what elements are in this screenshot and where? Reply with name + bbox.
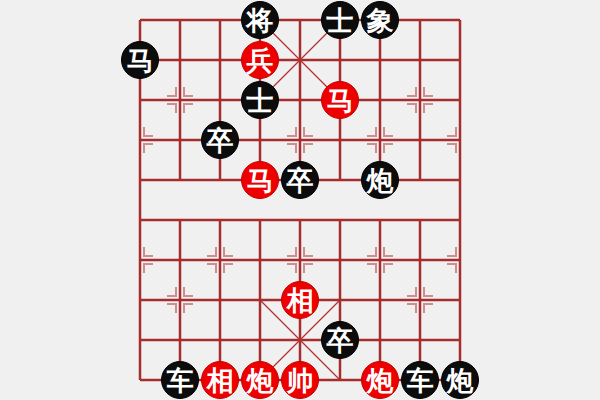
intersection-h6[interactable] — [400, 160, 440, 200]
intersection-d5[interactable] — [240, 200, 280, 240]
intersection-i4[interactable] — [440, 240, 480, 280]
intersection-e10[interactable] — [280, 0, 320, 40]
intersection-f9[interactable] — [320, 40, 360, 80]
intersection-d4[interactable] — [240, 240, 280, 280]
piece-black-soldier[interactable]: 卒 — [281, 161, 319, 199]
intersection-b4[interactable] — [160, 240, 200, 280]
intersection-b1[interactable]: 车 — [160, 360, 200, 400]
piece-black-soldier[interactable]: 卒 — [321, 321, 359, 359]
intersection-i8[interactable] — [440, 80, 480, 120]
intersection-d3[interactable] — [240, 280, 280, 320]
intersection-f7[interactable] — [320, 120, 360, 160]
intersection-a4[interactable] — [120, 240, 160, 280]
intersection-d6[interactable]: 马 — [240, 160, 280, 200]
intersection-b9[interactable] — [160, 40, 200, 80]
intersection-e6[interactable]: 卒 — [280, 160, 320, 200]
intersection-h5[interactable] — [400, 200, 440, 240]
intersection-a6[interactable] — [120, 160, 160, 200]
intersection-h3[interactable] — [400, 280, 440, 320]
intersection-g7[interactable] — [360, 120, 400, 160]
intersection-b10[interactable] — [160, 0, 200, 40]
intersection-c2[interactable] — [200, 320, 240, 360]
intersection-f2[interactable]: 卒 — [320, 320, 360, 360]
intersection-c10[interactable] — [200, 0, 240, 40]
intersection-h8[interactable] — [400, 80, 440, 120]
intersection-g8[interactable] — [360, 80, 400, 120]
intersection-i9[interactable] — [440, 40, 480, 80]
intersection-h7[interactable] — [400, 120, 440, 160]
intersection-e4[interactable] — [280, 240, 320, 280]
piece-black-soldier[interactable]: 卒 — [201, 121, 239, 159]
intersection-h4[interactable] — [400, 240, 440, 280]
intersection-f8[interactable]: 马 — [320, 80, 360, 120]
intersection-e5[interactable] — [280, 200, 320, 240]
intersection-e8[interactable] — [280, 80, 320, 120]
intersection-c8[interactable] — [200, 80, 240, 120]
piece-red-cannon[interactable]: 炮 — [241, 361, 279, 399]
intersection-a8[interactable] — [120, 80, 160, 120]
intersection-c3[interactable] — [200, 280, 240, 320]
intersection-b7[interactable] — [160, 120, 200, 160]
intersection-g3[interactable] — [360, 280, 400, 320]
piece-black-advisor[interactable]: 士 — [321, 1, 359, 39]
intersection-g9[interactable] — [360, 40, 400, 80]
intersection-i6[interactable] — [440, 160, 480, 200]
piece-black-horse[interactable]: 马 — [121, 41, 159, 79]
intersection-c5[interactable] — [200, 200, 240, 240]
xiangqi-board-canvas: 将士象马兵士马卒马卒炮相卒车相炮帅炮车炮 — [0, 0, 600, 400]
piece-red-soldier[interactable]: 兵 — [241, 41, 279, 79]
intersection-h10[interactable] — [400, 0, 440, 40]
intersection-c9[interactable] — [200, 40, 240, 80]
intersection-g10[interactable]: 象 — [360, 0, 400, 40]
intersection-d10[interactable]: 将 — [240, 0, 280, 40]
intersection-a7[interactable] — [120, 120, 160, 160]
piece-black-elephant[interactable]: 象 — [361, 1, 399, 39]
intersection-a2[interactable] — [120, 320, 160, 360]
intersection-e2[interactable] — [280, 320, 320, 360]
intersection-c1[interactable]: 相 — [200, 360, 240, 400]
intersection-c6[interactable] — [200, 160, 240, 200]
intersection-a3[interactable] — [120, 280, 160, 320]
intersection-b2[interactable] — [160, 320, 200, 360]
piece-black-advisor[interactable]: 士 — [241, 81, 279, 119]
piece-black-chariot[interactable]: 车 — [401, 361, 439, 399]
intersection-d1[interactable]: 炮 — [240, 360, 280, 400]
piece-red-elephant[interactable]: 相 — [281, 281, 319, 319]
intersection-h1[interactable]: 车 — [400, 360, 440, 400]
intersection-d8[interactable]: 士 — [240, 80, 280, 120]
piece-red-horse[interactable]: 马 — [241, 161, 279, 199]
intersection-e9[interactable] — [280, 40, 320, 80]
piece-red-horse[interactable]: 马 — [321, 81, 359, 119]
intersection-i2[interactable] — [440, 320, 480, 360]
intersection-f6[interactable] — [320, 160, 360, 200]
intersection-e1[interactable]: 帅 — [280, 360, 320, 400]
intersection-f5[interactable] — [320, 200, 360, 240]
intersection-b5[interactable] — [160, 200, 200, 240]
intersection-b6[interactable] — [160, 160, 200, 200]
intersection-g1[interactable]: 炮 — [360, 360, 400, 400]
intersection-h9[interactable] — [400, 40, 440, 80]
piece-black-cannon[interactable]: 炮 — [441, 361, 479, 399]
intersection-d9[interactable]: 兵 — [240, 40, 280, 80]
intersection-c7[interactable]: 卒 — [200, 120, 240, 160]
intersection-e7[interactable] — [280, 120, 320, 160]
intersection-i5[interactable] — [440, 200, 480, 240]
intersection-f10[interactable]: 士 — [320, 0, 360, 40]
intersection-i10[interactable] — [440, 0, 480, 40]
intersection-d2[interactable] — [240, 320, 280, 360]
piece-red-general[interactable]: 帅 — [281, 361, 319, 399]
piece-black-general[interactable]: 将 — [241, 1, 279, 39]
piece-red-cannon[interactable]: 炮 — [361, 361, 399, 399]
intersection-a5[interactable] — [120, 200, 160, 240]
intersection-h2[interactable] — [400, 320, 440, 360]
intersection-i1[interactable]: 炮 — [440, 360, 480, 400]
piece-red-elephant[interactable]: 相 — [201, 361, 239, 399]
intersection-f3[interactable] — [320, 280, 360, 320]
intersection-g6[interactable]: 炮 — [360, 160, 400, 200]
intersection-g4[interactable] — [360, 240, 400, 280]
intersection-f4[interactable] — [320, 240, 360, 280]
intersection-b3[interactable] — [160, 280, 200, 320]
piece-black-cannon[interactable]: 炮 — [361, 161, 399, 199]
piece-black-chariot[interactable]: 车 — [161, 361, 199, 399]
intersection-a9[interactable]: 马 — [120, 40, 160, 80]
xiangqi-board: 将士象马兵士马卒马卒炮相卒车相炮帅炮车炮 — [120, 0, 480, 400]
intersection-b8[interactable] — [160, 80, 200, 120]
intersection-e3[interactable]: 相 — [280, 280, 320, 320]
intersection-i7[interactable] — [440, 120, 480, 160]
intersection-a10[interactable] — [120, 0, 160, 40]
intersection-f1[interactable] — [320, 360, 360, 400]
intersection-i3[interactable] — [440, 280, 480, 320]
intersection-d7[interactable] — [240, 120, 280, 160]
intersection-c4[interactable] — [200, 240, 240, 280]
intersection-g5[interactable] — [360, 200, 400, 240]
intersection-a1[interactable] — [120, 360, 160, 400]
intersection-g2[interactable] — [360, 320, 400, 360]
